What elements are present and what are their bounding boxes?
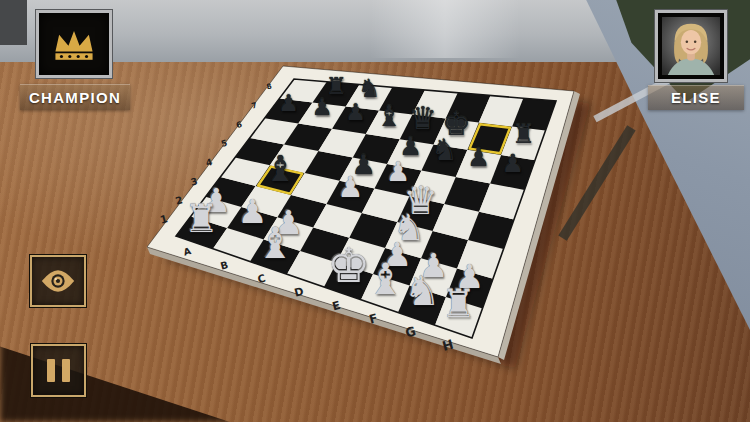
- piece-black-bishop-b4[interactable]: ♝: [264, 151, 296, 187]
- player-name-right-label: ELISE: [671, 89, 721, 106]
- piece-black-bishop-d7[interactable]: ♝: [376, 101, 402, 130]
- rank-label-3: 3: [189, 175, 198, 187]
- piece-black-knight-f6[interactable]: ♞: [431, 136, 457, 166]
- piece-white-king-e1[interactable]: ♚: [327, 241, 370, 289]
- rank-label-5: 5: [220, 138, 228, 149]
- player-name-left-label: CHAMPION: [29, 89, 121, 106]
- rank-label-1: 1: [159, 212, 169, 225]
- pause-button[interactable]: [31, 344, 86, 397]
- piece-black-pawn-a7[interactable]: ♟: [278, 92, 299, 115]
- piece-black-queen-e7[interactable]: ♛: [409, 104, 437, 135]
- eye-icon: [40, 269, 76, 293]
- game-screen: ABCDEFGH12345678 ♜♞♟♟♟♝♛♚♜♟♞♟♟♟♟♟♛♝♞♟♟♟♟…: [0, 0, 750, 422]
- avatar: [662, 17, 720, 75]
- piece-white-pawn-d4[interactable]: ♟: [338, 173, 364, 202]
- piece-black-pawn-b7[interactable]: ♟: [312, 96, 333, 119]
- piece-white-rook-a1[interactable]: ♜: [184, 200, 219, 239]
- crown-icon: [48, 23, 100, 65]
- opponent-avatar-box: [655, 10, 727, 82]
- piece-black-pawn-g6[interactable]: ♟: [467, 146, 490, 171]
- piece-white-knight-g1[interactable]: ♞: [404, 271, 441, 312]
- player-name-right: ELISE: [648, 85, 744, 110]
- piece-white-rook-h1[interactable]: ♜: [441, 285, 476, 324]
- pause-icon: [47, 359, 70, 382]
- piece-white-bishop-c1[interactable]: ♝: [256, 221, 295, 264]
- rank-label-4: 4: [204, 156, 213, 168]
- piece-black-pawn-c7[interactable]: ♟: [345, 101, 366, 124]
- piece-white-bishop-f1[interactable]: ♝: [366, 258, 405, 301]
- piece-black-rook-h7[interactable]: ♜: [512, 122, 535, 148]
- piece-black-pawn-h6[interactable]: ♟: [501, 152, 524, 177]
- chess-board[interactable]: ABCDEFGH12345678: [0, 0, 750, 422]
- rank-label-2: 2: [174, 194, 184, 206]
- player-name-left: CHAMPION: [20, 84, 130, 110]
- champion-badge-box: [36, 10, 112, 78]
- eye-button[interactable]: [30, 255, 86, 307]
